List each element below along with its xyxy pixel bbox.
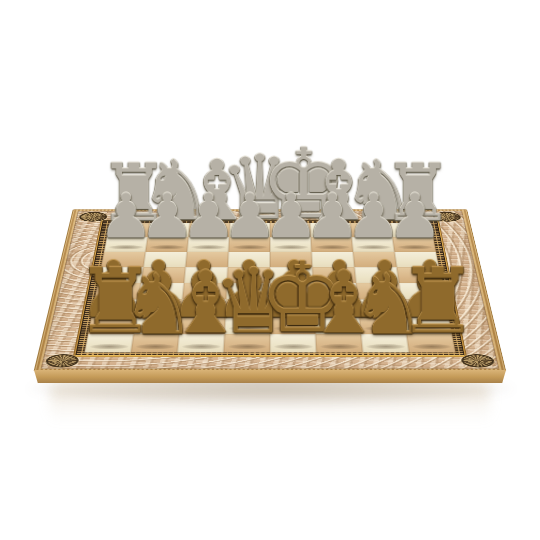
product-photo-scene: ♜♞♝♛♚♝♞♜♟♟♟♟♟♟♟♟♟♟♟♟♟♟♟♟♜♞♝♛♚♝♞♜ — [0, 0, 540, 540]
board-reflection — [50, 384, 490, 422]
board-front-edge — [34, 370, 506, 383]
gold-rook-h1: ♜ — [397, 256, 466, 346]
silver-pawn-h7: ♟ — [384, 185, 445, 246]
chess-board: ♜♞♝♛♚♝♞♜♟♟♟♟♟♟♟♟♟♟♟♟♟♟♟♟♜♞♝♛♚♝♞♜ — [34, 209, 507, 371]
